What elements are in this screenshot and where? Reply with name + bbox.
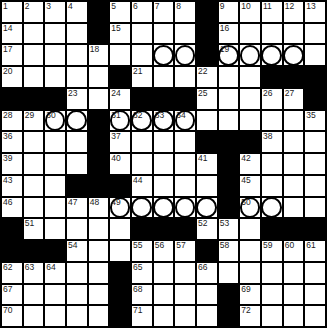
clue-number: 43 xyxy=(3,176,12,185)
clue-number: 54 xyxy=(68,241,77,250)
clue-number: 41 xyxy=(198,154,207,163)
clue-number: 53 xyxy=(220,219,229,228)
cell-r1c11[interactable]: 9 xyxy=(219,2,239,22)
cell-r14c3[interactable] xyxy=(45,285,65,305)
cell-r15c9[interactable] xyxy=(175,306,195,326)
clue-number: 20 xyxy=(3,67,12,76)
clue-number: 29 xyxy=(25,111,34,120)
clue-number: 44 xyxy=(133,176,142,185)
black-cell-r7c12 xyxy=(240,132,260,152)
cell-r7c15[interactable] xyxy=(305,132,325,152)
cell-r2c4[interactable] xyxy=(67,24,87,44)
cell-r6c7[interactable]: 32 xyxy=(132,111,152,131)
cell-r5c4[interactable]: 23 xyxy=(67,89,87,109)
cell-r2c1[interactable]: 14 xyxy=(2,24,22,44)
clue-number: 64 xyxy=(46,263,55,272)
circle-marker xyxy=(196,197,217,218)
circle-marker xyxy=(261,45,282,66)
cell-r2c13[interactable] xyxy=(262,24,282,44)
clue-number: 34 xyxy=(176,111,185,120)
clue-number: 55 xyxy=(133,241,142,250)
cell-r4c9[interactable] xyxy=(175,67,195,87)
clue-number: 7 xyxy=(155,2,160,11)
cell-r1c2[interactable]: 2 xyxy=(24,2,44,22)
black-cell-r10c11 xyxy=(219,198,239,218)
cell-r13c9[interactable] xyxy=(175,263,195,283)
cell-r14c7[interactable]: 68 xyxy=(132,285,152,305)
cell-r3c4[interactable] xyxy=(67,45,87,65)
circle-marker xyxy=(240,45,261,66)
cell-r13c10[interactable]: 66 xyxy=(197,263,217,283)
cell-r3c11[interactable]: 19 xyxy=(219,45,239,65)
cell-r10c15[interactable] xyxy=(305,198,325,218)
cell-r12c12[interactable] xyxy=(240,241,260,261)
cell-r4c1[interactable]: 20 xyxy=(2,67,22,87)
cell-r9c12[interactable]: 45 xyxy=(240,176,260,196)
cell-r11c6[interactable] xyxy=(110,219,130,239)
cell-r9c3[interactable] xyxy=(45,176,65,196)
black-cell-r8c11 xyxy=(219,154,239,174)
cell-r13c15[interactable] xyxy=(305,263,325,283)
cell-r10c12[interactable]: 50 xyxy=(240,198,260,218)
clue-number: 46 xyxy=(3,198,12,207)
clue-number: 24 xyxy=(111,89,120,98)
cell-r13c2[interactable]: 63 xyxy=(24,263,44,283)
cell-r12c15[interactable]: 61 xyxy=(305,241,325,261)
cell-r7c1[interactable]: 36 xyxy=(2,132,22,152)
cell-r6c6[interactable]: 31 xyxy=(110,111,130,131)
black-cell-r11c9 xyxy=(175,219,195,239)
cell-r1c14[interactable]: 12 xyxy=(284,2,304,22)
cell-r7c2[interactable] xyxy=(24,132,44,152)
cell-r12c5[interactable] xyxy=(89,241,109,261)
black-cell-r9c11 xyxy=(219,176,239,196)
cell-r12c4[interactable]: 54 xyxy=(67,241,87,261)
circle-marker xyxy=(66,110,87,131)
black-cell-r8c5 xyxy=(89,154,109,174)
cell-r1c3[interactable]: 3 xyxy=(45,2,65,22)
cell-r7c3[interactable] xyxy=(45,132,65,152)
black-cell-r13c6 xyxy=(110,263,130,283)
cell-r11c5[interactable] xyxy=(89,219,109,239)
cell-r3c14[interactable] xyxy=(284,45,304,65)
circle-marker xyxy=(153,45,174,66)
black-cell-r9c5 xyxy=(89,176,109,196)
black-cell-r5c9 xyxy=(175,89,195,109)
cell-r9c9[interactable] xyxy=(175,176,195,196)
cell-r3c3[interactable] xyxy=(45,45,65,65)
cell-r6c4[interactable] xyxy=(67,111,87,131)
clue-number: 72 xyxy=(241,306,250,315)
cell-r3c6[interactable] xyxy=(110,45,130,65)
cell-r12c7[interactable]: 55 xyxy=(132,241,152,261)
cell-r6c15[interactable]: 35 xyxy=(305,111,325,131)
clue-number: 49 xyxy=(111,198,120,207)
clue-number: 47 xyxy=(68,198,77,207)
cell-r15c15[interactable] xyxy=(305,306,325,326)
cell-r15c4[interactable] xyxy=(67,306,87,326)
cell-r1c9[interactable]: 8 xyxy=(175,2,195,22)
cell-r5c10[interactable]: 25 xyxy=(197,89,217,109)
cell-r14c13[interactable] xyxy=(262,285,282,305)
cell-r8c6[interactable]: 40 xyxy=(110,154,130,174)
cell-r1c13[interactable]: 11 xyxy=(262,2,282,22)
cell-r7c9[interactable] xyxy=(175,132,195,152)
clue-number: 71 xyxy=(133,306,142,315)
clue-number: 19 xyxy=(220,45,229,54)
cell-r10c14[interactable] xyxy=(284,198,304,218)
black-cell-r11c14 xyxy=(284,219,304,239)
cell-r2c15[interactable] xyxy=(305,24,325,44)
black-cell-r12c3 xyxy=(45,241,65,261)
cell-r6c2[interactable]: 29 xyxy=(24,111,44,131)
cell-r4c10[interactable]: 22 xyxy=(197,67,217,87)
cell-r5c6[interactable]: 24 xyxy=(110,89,130,109)
black-cell-r7c5 xyxy=(89,132,109,152)
clue-number: 12 xyxy=(285,2,294,11)
cell-r15c10[interactable] xyxy=(197,306,217,326)
cell-r14c9[interactable] xyxy=(175,285,195,305)
cell-r10c6[interactable]: 49 xyxy=(110,198,130,218)
black-cell-r4c6 xyxy=(110,67,130,87)
black-cell-r2c10 xyxy=(197,24,217,44)
cell-r15c8[interactable] xyxy=(154,306,174,326)
clue-number: 65 xyxy=(133,263,142,272)
cell-r10c7[interactable] xyxy=(132,198,152,218)
cell-r4c8[interactable] xyxy=(154,67,174,87)
cell-r13c13[interactable] xyxy=(262,263,282,283)
cell-r13c14[interactable] xyxy=(284,263,304,283)
cell-r3c1[interactable]: 17 xyxy=(2,45,22,65)
clue-number: 14 xyxy=(3,24,12,33)
cell-r7c14[interactable] xyxy=(284,132,304,152)
circle-marker xyxy=(131,197,152,218)
clue-number: 5 xyxy=(111,2,116,11)
cell-r14c4[interactable] xyxy=(67,285,87,305)
cell-r1c8[interactable]: 7 xyxy=(154,2,174,22)
black-cell-r7c11 xyxy=(219,132,239,152)
cell-r2c2[interactable] xyxy=(24,24,44,44)
cell-r2c6[interactable]: 15 xyxy=(110,24,130,44)
cell-r11c2[interactable]: 51 xyxy=(24,219,44,239)
cell-r7c6[interactable]: 37 xyxy=(110,132,130,152)
black-cell-r6c5 xyxy=(89,111,109,131)
cell-r15c7[interactable]: 71 xyxy=(132,306,152,326)
clue-number: 11 xyxy=(263,2,272,11)
black-cell-r12c1 xyxy=(2,241,22,261)
black-cell-r7c10 xyxy=(197,132,217,152)
cell-r13c5[interactable] xyxy=(89,263,109,283)
clue-number: 16 xyxy=(220,24,229,33)
cell-r14c1[interactable]: 67 xyxy=(2,285,22,305)
cell-r8c12[interactable]: 42 xyxy=(240,154,260,174)
cell-r10c8[interactable] xyxy=(154,198,174,218)
clue-number: 56 xyxy=(155,241,164,250)
cell-r4c11[interactable] xyxy=(219,67,239,87)
cell-r4c4[interactable] xyxy=(67,67,87,87)
cell-r5c13[interactable]: 26 xyxy=(262,89,282,109)
clue-number: 26 xyxy=(263,89,272,98)
clue-number: 23 xyxy=(68,89,77,98)
cell-r2c8[interactable] xyxy=(154,24,174,44)
cell-r14c8[interactable] xyxy=(154,285,174,305)
cell-r13c4[interactable] xyxy=(67,263,87,283)
cell-r6c12[interactable] xyxy=(240,111,260,131)
cell-r12c14[interactable]: 60 xyxy=(284,241,304,261)
clue-number: 68 xyxy=(133,285,142,294)
cell-r9c1[interactable]: 43 xyxy=(2,176,22,196)
cell-r15c13[interactable] xyxy=(262,306,282,326)
cell-r3c13[interactable] xyxy=(262,45,282,65)
cell-r11c4[interactable] xyxy=(67,219,87,239)
cell-r14c12[interactable]: 69 xyxy=(240,285,260,305)
clue-number: 45 xyxy=(241,176,250,185)
cell-r2c12[interactable] xyxy=(240,24,260,44)
cell-r4c5[interactable] xyxy=(89,67,109,87)
clue-number: 40 xyxy=(111,154,120,163)
black-cell-r5c7 xyxy=(132,89,152,109)
cell-r7c4[interactable] xyxy=(67,132,87,152)
black-cell-r1c10 xyxy=(197,2,217,22)
black-cell-r5c3 xyxy=(45,89,65,109)
black-cell-r15c11 xyxy=(219,306,239,326)
cell-r8c10[interactable]: 41 xyxy=(197,154,217,174)
clue-number: 52 xyxy=(198,219,207,228)
cell-r6c10[interactable] xyxy=(197,111,217,131)
cell-r10c1[interactable]: 46 xyxy=(2,198,22,218)
cell-r15c12[interactable]: 72 xyxy=(240,306,260,326)
clue-number: 28 xyxy=(3,111,12,120)
cell-r10c4[interactable]: 47 xyxy=(67,198,87,218)
cell-r8c14[interactable] xyxy=(284,154,304,174)
cell-r1c15[interactable]: 13 xyxy=(305,2,325,22)
clue-number: 69 xyxy=(241,285,250,294)
cell-r8c9[interactable] xyxy=(175,154,195,174)
clue-number: 10 xyxy=(241,2,250,11)
cell-r6c3[interactable]: 30 xyxy=(45,111,65,131)
clue-number: 6 xyxy=(133,2,138,11)
cell-r10c10[interactable] xyxy=(197,198,217,218)
clue-number: 13 xyxy=(306,2,315,11)
cell-r11c10[interactable]: 52 xyxy=(197,219,217,239)
clue-number: 50 xyxy=(241,198,250,207)
cell-r4c3[interactable] xyxy=(45,67,65,87)
clue-number: 57 xyxy=(176,241,185,250)
cell-r8c15[interactable] xyxy=(305,154,325,174)
black-cell-r5c2 xyxy=(24,89,44,109)
clue-number: 22 xyxy=(198,67,207,76)
cell-r4c12[interactable] xyxy=(240,67,260,87)
clue-number: 70 xyxy=(3,306,12,315)
black-cell-r11c15 xyxy=(305,219,325,239)
cell-r10c13[interactable] xyxy=(262,198,282,218)
circle-marker xyxy=(283,45,304,66)
cell-r8c2[interactable] xyxy=(24,154,44,174)
cell-r13c1[interactable]: 62 xyxy=(2,263,22,283)
cell-r12c9[interactable]: 57 xyxy=(175,241,195,261)
cell-r1c6[interactable]: 5 xyxy=(110,2,130,22)
cell-r14c2[interactable] xyxy=(24,285,44,305)
black-cell-r3c10 xyxy=(197,45,217,65)
clue-number: 18 xyxy=(90,45,99,54)
circle-marker xyxy=(153,197,174,218)
cell-r7c13[interactable]: 38 xyxy=(262,132,282,152)
cell-r8c1[interactable]: 39 xyxy=(2,154,22,174)
clue-number: 48 xyxy=(90,198,99,207)
cell-r4c2[interactable] xyxy=(24,67,44,87)
circle-marker xyxy=(261,197,282,218)
cell-r2c14[interactable] xyxy=(284,24,304,44)
cell-r15c1[interactable]: 70 xyxy=(2,306,22,326)
cell-r10c2[interactable] xyxy=(24,198,44,218)
cell-r9c10[interactable] xyxy=(197,176,217,196)
black-cell-r1c5 xyxy=(89,2,109,22)
clue-number: 27 xyxy=(285,89,294,98)
cell-r12c8[interactable]: 56 xyxy=(154,241,174,261)
clue-number: 9 xyxy=(220,2,225,11)
cell-r3c15[interactable] xyxy=(305,45,325,65)
cell-r1c7[interactable]: 6 xyxy=(132,2,152,22)
clue-number: 31 xyxy=(111,111,120,120)
cell-r10c3[interactable] xyxy=(45,198,65,218)
cell-r13c8[interactable] xyxy=(154,263,174,283)
clue-number: 66 xyxy=(198,263,207,272)
cell-r8c4[interactable] xyxy=(67,154,87,174)
black-cell-r4c14 xyxy=(284,67,304,87)
cell-r15c5[interactable] xyxy=(89,306,109,326)
clue-number: 33 xyxy=(155,111,164,120)
cell-r10c9[interactable] xyxy=(175,198,195,218)
cell-r13c11[interactable] xyxy=(219,263,239,283)
cell-r4c7[interactable]: 21 xyxy=(132,67,152,87)
cell-r1c1[interactable]: 1 xyxy=(2,2,22,22)
cell-r6c9[interactable]: 34 xyxy=(175,111,195,131)
clue-number: 17 xyxy=(3,45,12,54)
clue-number: 30 xyxy=(46,111,55,120)
clue-number: 39 xyxy=(3,154,12,163)
clue-number: 42 xyxy=(241,154,250,163)
clue-number: 15 xyxy=(111,24,120,33)
cell-r14c15[interactable] xyxy=(305,285,325,305)
cell-r9c13[interactable] xyxy=(262,176,282,196)
cell-r15c2[interactable] xyxy=(24,306,44,326)
cell-r6c13[interactable] xyxy=(262,111,282,131)
clue-number: 4 xyxy=(68,2,73,11)
cell-r14c5[interactable] xyxy=(89,285,109,305)
black-cell-r5c15 xyxy=(305,89,325,109)
cell-r13c12[interactable] xyxy=(240,263,260,283)
cell-r8c8[interactable] xyxy=(154,154,174,174)
clue-number: 35 xyxy=(306,111,315,120)
cell-r12c6[interactable] xyxy=(110,241,130,261)
cell-r11c3[interactable] xyxy=(45,219,65,239)
crossword-grid: 1234567891011121314151617181920212223242… xyxy=(0,0,327,328)
black-cell-r11c13 xyxy=(262,219,282,239)
cell-r2c3[interactable] xyxy=(45,24,65,44)
cell-r3c5[interactable]: 18 xyxy=(89,45,109,65)
clue-number: 59 xyxy=(263,241,272,250)
cell-r6c8[interactable]: 33 xyxy=(154,111,174,131)
cell-r3c9[interactable] xyxy=(175,45,195,65)
clue-number: 2 xyxy=(25,2,30,11)
cell-r6c11[interactable] xyxy=(219,111,239,131)
clue-number: 8 xyxy=(176,2,181,11)
cell-r11c11[interactable]: 53 xyxy=(219,219,239,239)
cell-r13c3[interactable]: 64 xyxy=(45,263,65,283)
clue-number: 36 xyxy=(3,132,12,141)
cell-r11c12[interactable] xyxy=(240,219,260,239)
cell-r3c7[interactable] xyxy=(132,45,152,65)
clue-number: 58 xyxy=(220,241,229,250)
black-cell-r5c8 xyxy=(154,89,174,109)
black-cell-r4c15 xyxy=(305,67,325,87)
cell-r9c7[interactable]: 44 xyxy=(132,176,152,196)
cell-r9c14[interactable] xyxy=(284,176,304,196)
black-cell-r14c6 xyxy=(110,285,130,305)
cell-r7c8[interactable] xyxy=(154,132,174,152)
cell-r5c5[interactable] xyxy=(89,89,109,109)
circle-marker xyxy=(175,197,196,218)
cell-r9c15[interactable] xyxy=(305,176,325,196)
cell-r8c13[interactable] xyxy=(262,154,282,174)
cell-r5c12[interactable] xyxy=(240,89,260,109)
clue-number: 3 xyxy=(46,2,51,11)
black-cell-r14c11 xyxy=(219,285,239,305)
clue-number: 1 xyxy=(3,2,8,11)
clue-number: 61 xyxy=(306,241,315,250)
black-cell-r12c2 xyxy=(24,241,44,261)
clue-number: 51 xyxy=(25,219,34,228)
cell-r13c7[interactable]: 65 xyxy=(132,263,152,283)
cell-r10c5[interactable]: 48 xyxy=(89,198,109,218)
circle-marker xyxy=(175,45,196,66)
cell-r14c10[interactable] xyxy=(197,285,217,305)
cell-r15c14[interactable] xyxy=(284,306,304,326)
cell-r12c11[interactable]: 58 xyxy=(219,241,239,261)
cell-r8c3[interactable] xyxy=(45,154,65,174)
cell-r15c3[interactable] xyxy=(45,306,65,326)
clue-number: 21 xyxy=(133,67,142,76)
black-cell-r5c1 xyxy=(2,89,22,109)
cell-r5c14[interactable]: 27 xyxy=(284,89,304,109)
black-cell-r11c8 xyxy=(154,219,174,239)
clue-number: 67 xyxy=(3,285,12,294)
cell-r6c1[interactable]: 28 xyxy=(2,111,22,131)
cell-r8c7[interactable] xyxy=(132,154,152,174)
cell-r3c8[interactable] xyxy=(154,45,174,65)
cell-r6c14[interactable] xyxy=(284,111,304,131)
clue-number: 37 xyxy=(111,132,120,141)
cell-r1c4[interactable]: 4 xyxy=(67,2,87,22)
cell-r2c9[interactable] xyxy=(175,24,195,44)
cell-r2c11[interactable]: 16 xyxy=(219,24,239,44)
cell-r7c7[interactable] xyxy=(132,132,152,152)
cell-r3c2[interactable] xyxy=(24,45,44,65)
clue-number: 62 xyxy=(3,263,12,272)
cell-r2c7[interactable] xyxy=(132,24,152,44)
cell-r3c12[interactable] xyxy=(240,45,260,65)
cell-r14c14[interactable] xyxy=(284,285,304,305)
cell-r9c2[interactable] xyxy=(24,176,44,196)
cell-r9c8[interactable] xyxy=(154,176,174,196)
cell-r12c13[interactable]: 59 xyxy=(262,241,282,261)
cell-r5c11[interactable] xyxy=(219,89,239,109)
black-cell-r11c1 xyxy=(2,219,22,239)
black-cell-r11c7 xyxy=(132,219,152,239)
clue-number: 38 xyxy=(263,132,272,141)
black-cell-r12c10 xyxy=(197,241,217,261)
cell-r1c12[interactable]: 10 xyxy=(240,2,260,22)
